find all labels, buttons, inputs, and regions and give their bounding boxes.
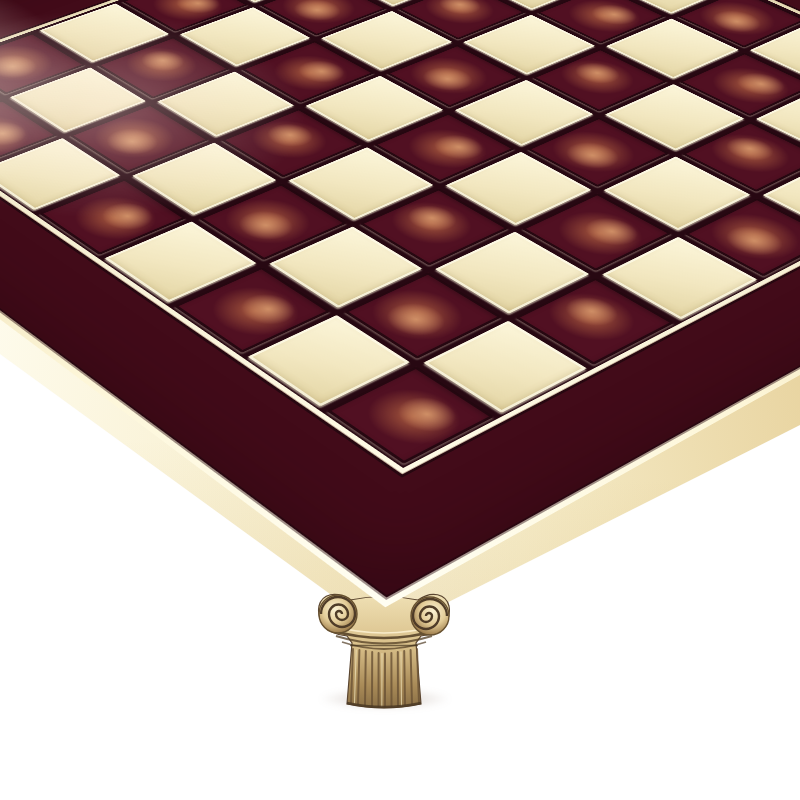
product-photo-stage <box>0 0 800 800</box>
volute-right-icon <box>411 597 449 635</box>
volute-left-icon <box>319 595 357 633</box>
chessboard <box>0 0 800 607</box>
